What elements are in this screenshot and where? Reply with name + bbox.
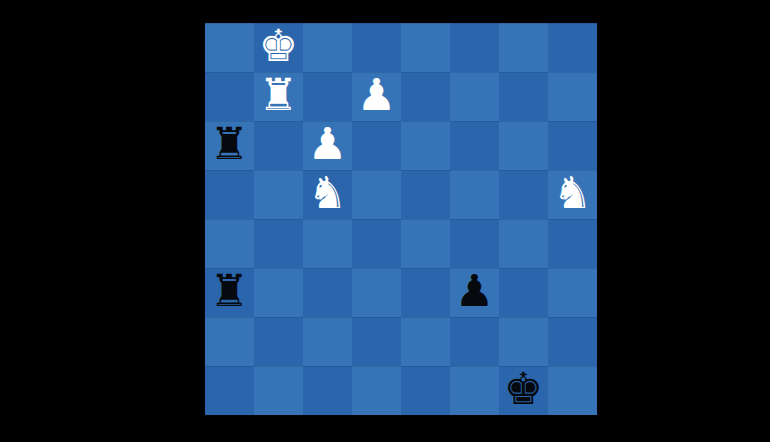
square-c7[interactable]	[303, 72, 352, 121]
square-a5[interactable]	[205, 170, 254, 219]
square-c3[interactable]	[303, 268, 352, 317]
square-d8[interactable]	[352, 23, 401, 72]
square-h1[interactable]	[548, 366, 597, 415]
square-h8[interactable]	[548, 23, 597, 72]
square-g4[interactable]	[499, 219, 548, 268]
square-h7[interactable]	[548, 72, 597, 121]
square-f3[interactable]: ♟	[450, 268, 499, 317]
square-g8[interactable]	[499, 23, 548, 72]
square-e5[interactable]	[401, 170, 450, 219]
square-a8[interactable]	[205, 23, 254, 72]
square-d5[interactable]	[352, 170, 401, 219]
square-g3[interactable]	[499, 268, 548, 317]
square-b5[interactable]	[254, 170, 303, 219]
square-h4[interactable]	[548, 219, 597, 268]
piece-white-king[interactable]: ♚	[259, 21, 298, 70]
square-g1[interactable]: ♚	[499, 366, 548, 415]
square-b7[interactable]: ♜	[254, 72, 303, 121]
square-a1[interactable]	[205, 366, 254, 415]
square-b6[interactable]	[254, 121, 303, 170]
square-f8[interactable]	[450, 23, 499, 72]
square-a4[interactable]	[205, 219, 254, 268]
square-f2[interactable]	[450, 317, 499, 366]
square-g5[interactable]	[499, 170, 548, 219]
square-e3[interactable]	[401, 268, 450, 317]
square-b3[interactable]	[254, 268, 303, 317]
piece-white-knight[interactable]: ♞	[308, 168, 347, 217]
piece-black-king[interactable]: ♚	[504, 364, 543, 413]
square-d6[interactable]	[352, 121, 401, 170]
square-b8[interactable]: ♚	[254, 23, 303, 72]
screenshot-stage: ♚♜♟♜♟♞♞♜♟♚	[0, 0, 770, 442]
square-c2[interactable]	[303, 317, 352, 366]
square-g7[interactable]	[499, 72, 548, 121]
piece-white-pawn[interactable]: ♟	[308, 119, 347, 168]
square-d3[interactable]	[352, 268, 401, 317]
square-h6[interactable]	[548, 121, 597, 170]
square-f5[interactable]	[450, 170, 499, 219]
square-a6[interactable]: ♜	[205, 121, 254, 170]
square-e6[interactable]	[401, 121, 450, 170]
square-g2[interactable]	[499, 317, 548, 366]
square-c6[interactable]: ♟	[303, 121, 352, 170]
square-b4[interactable]	[254, 219, 303, 268]
square-b1[interactable]	[254, 366, 303, 415]
square-c8[interactable]	[303, 23, 352, 72]
square-c1[interactable]	[303, 366, 352, 415]
square-h5[interactable]: ♞	[548, 170, 597, 219]
square-f6[interactable]	[450, 121, 499, 170]
piece-white-knight[interactable]: ♞	[553, 168, 592, 217]
piece-black-rook[interactable]: ♜	[210, 266, 249, 315]
chess-board: ♚♜♟♜♟♞♞♜♟♚	[205, 23, 597, 415]
square-a2[interactable]	[205, 317, 254, 366]
square-h3[interactable]	[548, 268, 597, 317]
square-d4[interactable]	[352, 219, 401, 268]
square-g6[interactable]	[499, 121, 548, 170]
piece-white-pawn[interactable]: ♟	[357, 70, 396, 119]
piece-black-pawn[interactable]: ♟	[455, 266, 494, 315]
square-e7[interactable]	[401, 72, 450, 121]
square-c4[interactable]	[303, 219, 352, 268]
square-e4[interactable]	[401, 219, 450, 268]
square-d7[interactable]: ♟	[352, 72, 401, 121]
square-b2[interactable]	[254, 317, 303, 366]
square-d1[interactable]	[352, 366, 401, 415]
square-e1[interactable]	[401, 366, 450, 415]
square-f1[interactable]	[450, 366, 499, 415]
square-f7[interactable]	[450, 72, 499, 121]
square-h2[interactable]	[548, 317, 597, 366]
square-d2[interactable]	[352, 317, 401, 366]
square-e2[interactable]	[401, 317, 450, 366]
square-a3[interactable]: ♜	[205, 268, 254, 317]
square-c5[interactable]: ♞	[303, 170, 352, 219]
piece-white-rook[interactable]: ♜	[259, 70, 298, 119]
square-a7[interactable]	[205, 72, 254, 121]
piece-black-rook[interactable]: ♜	[210, 119, 249, 168]
square-f4[interactable]	[450, 219, 499, 268]
square-e8[interactable]	[401, 23, 450, 72]
